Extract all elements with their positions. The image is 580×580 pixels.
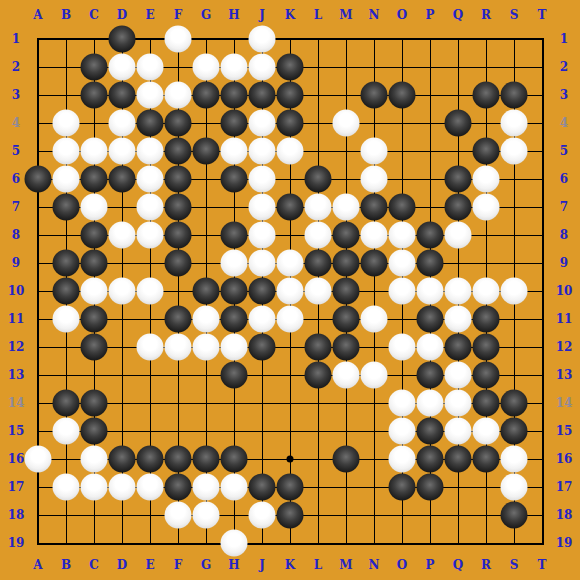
col-label-J-top: J	[259, 8, 265, 22]
stone-black-E16	[137, 446, 164, 473]
stone-black-S14	[501, 390, 528, 417]
col-label-N-top: N	[369, 8, 380, 22]
col-label-G-top: G	[201, 8, 211, 22]
stone-black-K3	[277, 82, 304, 109]
stone-white-O8	[389, 222, 416, 249]
stone-white-B17	[53, 474, 80, 501]
row-label-7-right: 7	[560, 200, 568, 214]
row-label-9-left: 9	[12, 256, 20, 270]
stone-black-G10	[193, 278, 220, 305]
stone-black-F11	[165, 306, 192, 333]
stone-white-E17	[137, 474, 164, 501]
stone-white-G18	[193, 502, 220, 529]
stone-white-H9	[221, 250, 248, 277]
col-label-J-bottom: J	[259, 558, 265, 572]
stone-black-H13	[221, 362, 248, 389]
stone-white-R10	[473, 278, 500, 305]
stone-white-N5	[361, 138, 388, 165]
stone-black-H10	[221, 278, 248, 305]
stone-white-N13	[361, 362, 388, 389]
stone-black-A6	[25, 166, 52, 193]
stone-black-G5	[193, 138, 220, 165]
stone-black-M12	[333, 334, 360, 361]
stone-black-B9	[53, 250, 80, 277]
stone-white-P12	[417, 334, 444, 361]
row-label-17-left: 17	[8, 480, 25, 494]
col-label-B-top: B	[61, 8, 71, 22]
stone-white-L10	[305, 278, 332, 305]
row-label-17-right: 17	[556, 480, 573, 494]
row-label-1-right: 1	[560, 32, 568, 46]
stone-black-R11	[473, 306, 500, 333]
stone-black-O17	[389, 474, 416, 501]
row-label-4-right: 4	[560, 116, 568, 130]
stone-white-S10	[501, 278, 528, 305]
stone-white-B4	[53, 110, 80, 137]
col-label-K-top: K	[285, 8, 295, 22]
stone-white-B5	[53, 138, 80, 165]
stone-white-P10	[417, 278, 444, 305]
stone-white-O9	[389, 250, 416, 277]
stone-white-D2	[109, 54, 136, 81]
stone-black-K18	[277, 502, 304, 529]
stone-white-S17	[501, 474, 528, 501]
stone-black-H6	[221, 166, 248, 193]
stone-white-O16	[389, 446, 416, 473]
stone-black-Q16	[445, 446, 472, 473]
stone-black-D3	[109, 82, 136, 109]
stone-black-P13	[417, 362, 444, 389]
col-label-D-bottom: D	[117, 558, 127, 572]
stone-black-O3	[389, 82, 416, 109]
col-label-M-bottom: M	[339, 558, 352, 572]
col-label-B-bottom: B	[61, 558, 71, 572]
stone-black-C12	[81, 334, 108, 361]
col-label-E-top: E	[145, 8, 154, 22]
stone-black-F7	[165, 194, 192, 221]
stone-black-B14	[53, 390, 80, 417]
stone-black-L13	[305, 362, 332, 389]
stone-white-O12	[389, 334, 416, 361]
row-label-3-left: 3	[12, 88, 20, 102]
stone-white-G17	[193, 474, 220, 501]
stone-white-J5	[249, 138, 276, 165]
stone-black-J12	[249, 334, 276, 361]
col-label-H-top: H	[228, 8, 239, 22]
row-label-6-right: 6	[560, 172, 568, 186]
stone-black-F5	[165, 138, 192, 165]
stone-white-J1	[249, 26, 276, 53]
stone-white-G12	[193, 334, 220, 361]
stone-white-Q14	[445, 390, 472, 417]
stone-black-H8	[221, 222, 248, 249]
stone-black-J10	[249, 278, 276, 305]
col-label-O-top: O	[397, 8, 407, 22]
stone-black-S15	[501, 418, 528, 445]
stone-white-L8	[305, 222, 332, 249]
stone-black-P16	[417, 446, 444, 473]
col-label-E-bottom: E	[145, 558, 154, 572]
stone-black-H4	[221, 110, 248, 137]
stone-white-G2	[193, 54, 220, 81]
stone-white-K10	[277, 278, 304, 305]
stone-black-M10	[333, 278, 360, 305]
col-label-C-top: C	[89, 8, 99, 22]
stone-black-D1	[109, 26, 136, 53]
stone-black-S18	[501, 502, 528, 529]
stone-black-L6	[305, 166, 332, 193]
stone-black-R12	[473, 334, 500, 361]
stone-white-J6	[249, 166, 276, 193]
stone-white-E10	[137, 278, 164, 305]
stone-white-R6	[473, 166, 500, 193]
stone-black-N7	[361, 194, 388, 221]
stone-black-D6	[109, 166, 136, 193]
stone-white-O10	[389, 278, 416, 305]
stone-black-Q7	[445, 194, 472, 221]
stone-black-M11	[333, 306, 360, 333]
stone-black-J3	[249, 82, 276, 109]
stone-black-C8	[81, 222, 108, 249]
row-label-13-right: 13	[556, 368, 573, 382]
col-label-C-bottom: C	[89, 558, 99, 572]
row-label-12-right: 12	[556, 340, 573, 354]
col-label-T-bottom: T	[538, 558, 547, 572]
col-label-O-bottom: O	[397, 558, 407, 572]
stone-white-H19	[221, 530, 248, 557]
stone-black-H16	[221, 446, 248, 473]
stone-black-K7	[277, 194, 304, 221]
stone-black-P8	[417, 222, 444, 249]
stone-black-E4	[137, 110, 164, 137]
stone-black-Q4	[445, 110, 472, 137]
stone-black-P11	[417, 306, 444, 333]
stone-white-E8	[137, 222, 164, 249]
col-label-Q-top: Q	[453, 8, 463, 22]
col-label-F-top: F	[174, 8, 183, 22]
stone-white-G11	[193, 306, 220, 333]
stone-black-F4	[165, 110, 192, 137]
row-label-16-right: 16	[556, 452, 573, 466]
col-label-P-top: P	[425, 8, 434, 22]
stone-white-D10	[109, 278, 136, 305]
col-label-S-top: S	[510, 8, 519, 22]
stone-black-M16	[333, 446, 360, 473]
stone-white-N8	[361, 222, 388, 249]
stone-white-R15	[473, 418, 500, 445]
stone-black-C2	[81, 54, 108, 81]
col-label-N-bottom: N	[369, 558, 380, 572]
stone-white-H5	[221, 138, 248, 165]
row-label-8-left: 8	[12, 228, 20, 242]
stone-white-Q13	[445, 362, 472, 389]
stone-white-B6	[53, 166, 80, 193]
stone-white-E6	[137, 166, 164, 193]
stone-white-C16	[81, 446, 108, 473]
stone-black-F16	[165, 446, 192, 473]
row-label-6-left: 6	[12, 172, 20, 186]
row-label-19-right: 19	[556, 536, 573, 550]
row-label-14-left: 14	[8, 396, 25, 410]
col-label-H-bottom: H	[228, 558, 239, 572]
stone-black-F8	[165, 222, 192, 249]
stone-black-C9	[81, 250, 108, 277]
stone-black-F9	[165, 250, 192, 277]
row-label-12-left: 12	[8, 340, 25, 354]
row-label-4-left: 4	[12, 116, 20, 130]
stone-white-P14	[417, 390, 444, 417]
row-label-2-right: 2	[560, 60, 568, 74]
row-label-7-left: 7	[12, 200, 20, 214]
stone-white-K11	[277, 306, 304, 333]
stone-black-F6	[165, 166, 192, 193]
col-label-Q-bottom: Q	[453, 558, 463, 572]
row-label-13-left: 13	[8, 368, 25, 382]
stone-black-N9	[361, 250, 388, 277]
stone-white-C5	[81, 138, 108, 165]
col-label-A-bottom: A	[33, 558, 42, 572]
col-label-L-top: L	[314, 8, 322, 22]
stone-white-F12	[165, 334, 192, 361]
star-point-K16	[287, 456, 294, 463]
stone-white-B15	[53, 418, 80, 445]
stone-white-B11	[53, 306, 80, 333]
stone-white-J4	[249, 110, 276, 137]
col-label-L-bottom: L	[314, 558, 322, 572]
stone-black-O7	[389, 194, 416, 221]
stone-white-M4	[333, 110, 360, 137]
stone-white-S4	[501, 110, 528, 137]
stone-black-Q6	[445, 166, 472, 193]
stone-black-R5	[473, 138, 500, 165]
stone-black-P9	[417, 250, 444, 277]
col-label-A-top: A	[33, 8, 42, 22]
stone-white-E3	[137, 82, 164, 109]
col-label-T-top: T	[538, 8, 547, 22]
stone-black-B10	[53, 278, 80, 305]
stone-white-K5	[277, 138, 304, 165]
stone-white-O14	[389, 390, 416, 417]
row-label-15-right: 15	[556, 424, 573, 438]
stone-black-R3	[473, 82, 500, 109]
row-label-14-right: 14	[556, 396, 573, 410]
stone-black-K2	[277, 54, 304, 81]
stone-black-Q12	[445, 334, 472, 361]
stone-white-H2	[221, 54, 248, 81]
row-label-15-left: 15	[8, 424, 25, 438]
col-label-P-bottom: P	[425, 558, 434, 572]
stone-black-R14	[473, 390, 500, 417]
row-label-5-left: 5	[12, 144, 20, 158]
stone-white-D8	[109, 222, 136, 249]
row-label-5-right: 5	[560, 144, 568, 158]
stone-black-L12	[305, 334, 332, 361]
col-label-G-bottom: G	[201, 558, 211, 572]
stone-black-C14	[81, 390, 108, 417]
stone-black-B7	[53, 194, 80, 221]
stone-white-H17	[221, 474, 248, 501]
stone-white-M13	[333, 362, 360, 389]
stone-black-R13	[473, 362, 500, 389]
row-label-19-left: 19	[8, 536, 25, 550]
stone-white-A16	[25, 446, 52, 473]
stone-white-E7	[137, 194, 164, 221]
row-label-16-left: 16	[8, 452, 25, 466]
stone-white-Q10	[445, 278, 472, 305]
stone-black-J17	[249, 474, 276, 501]
stone-black-F17	[165, 474, 192, 501]
row-label-11-right: 11	[556, 312, 573, 326]
col-label-M-top: M	[339, 8, 352, 22]
stone-black-K4	[277, 110, 304, 137]
stone-white-F1	[165, 26, 192, 53]
stone-black-C15	[81, 418, 108, 445]
stone-white-C7	[81, 194, 108, 221]
stone-white-K9	[277, 250, 304, 277]
stone-black-M8	[333, 222, 360, 249]
col-label-R-top: R	[481, 8, 491, 22]
stone-black-P17	[417, 474, 444, 501]
stone-black-S3	[501, 82, 528, 109]
stone-white-J8	[249, 222, 276, 249]
stone-black-P15	[417, 418, 444, 445]
stone-white-Q15	[445, 418, 472, 445]
stone-white-C10	[81, 278, 108, 305]
stone-white-J9	[249, 250, 276, 277]
stone-black-C6	[81, 166, 108, 193]
stone-white-J18	[249, 502, 276, 529]
stone-black-G16	[193, 446, 220, 473]
stone-white-E2	[137, 54, 164, 81]
row-label-3-right: 3	[560, 88, 568, 102]
row-label-1-left: 1	[12, 32, 20, 46]
stone-white-J2	[249, 54, 276, 81]
row-label-11-left: 11	[8, 312, 25, 326]
stone-black-R16	[473, 446, 500, 473]
row-label-8-right: 8	[560, 228, 568, 242]
stone-white-E5	[137, 138, 164, 165]
stone-black-H3	[221, 82, 248, 109]
stone-black-M9	[333, 250, 360, 277]
stone-white-S5	[501, 138, 528, 165]
stone-white-D4	[109, 110, 136, 137]
stone-white-H12	[221, 334, 248, 361]
stone-black-C11	[81, 306, 108, 333]
row-label-10-left: 10	[8, 284, 25, 298]
stone-white-D5	[109, 138, 136, 165]
col-label-D-top: D	[117, 8, 127, 22]
stone-black-H11	[221, 306, 248, 333]
stone-white-R7	[473, 194, 500, 221]
stone-black-K17	[277, 474, 304, 501]
stone-black-D16	[109, 446, 136, 473]
stone-white-N11	[361, 306, 388, 333]
stone-white-J7	[249, 194, 276, 221]
go-board[interactable]: AABBCCDDEEFFGGHHJJKKLLMMNNOOPPQQRRSSTT11…	[0, 0, 580, 580]
stone-white-Q8	[445, 222, 472, 249]
stone-white-Q11	[445, 306, 472, 333]
stone-white-O15	[389, 418, 416, 445]
stone-white-F18	[165, 502, 192, 529]
stone-white-N6	[361, 166, 388, 193]
stone-white-C17	[81, 474, 108, 501]
stone-white-D17	[109, 474, 136, 501]
stone-black-C3	[81, 82, 108, 109]
col-label-R-bottom: R	[481, 558, 491, 572]
col-label-K-bottom: K	[285, 558, 295, 572]
col-label-F-bottom: F	[174, 558, 183, 572]
row-label-18-right: 18	[556, 508, 573, 522]
col-label-S-bottom: S	[510, 558, 519, 572]
row-label-2-left: 2	[12, 60, 20, 74]
stone-black-N3	[361, 82, 388, 109]
stone-white-J11	[249, 306, 276, 333]
stone-white-L7	[305, 194, 332, 221]
row-label-18-left: 18	[8, 508, 25, 522]
row-label-10-right: 10	[556, 284, 573, 298]
row-label-9-right: 9	[560, 256, 568, 270]
stone-white-E12	[137, 334, 164, 361]
stone-white-M7	[333, 194, 360, 221]
stone-black-G3	[193, 82, 220, 109]
stone-white-S16	[501, 446, 528, 473]
stone-black-L9	[305, 250, 332, 277]
stone-white-F3	[165, 82, 192, 109]
